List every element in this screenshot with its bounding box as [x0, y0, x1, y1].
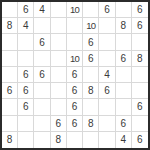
cell-r3c1[interactable]: [2, 34, 18, 50]
cell-r1c3-clue[interactable]: 4: [34, 2, 50, 18]
cell-r3c6-clue[interactable]: 6: [83, 34, 99, 50]
cell-r5c6[interactable]: [83, 67, 99, 83]
cell-r8c4-clue[interactable]: 6: [51, 116, 67, 132]
cell-r7c1[interactable]: [2, 99, 18, 115]
cell-r7c9-clue[interactable]: 6: [132, 99, 148, 115]
cell-r5c2-clue[interactable]: 6: [18, 67, 34, 83]
cell-r3c2[interactable]: [18, 34, 34, 50]
cell-r2c7[interactable]: [99, 18, 115, 34]
cell-r1c6[interactable]: [83, 2, 99, 18]
cell-r1c8[interactable]: [116, 2, 132, 18]
cell-r7c2-clue[interactable]: 6: [18, 99, 34, 115]
cell-r8c6-clue[interactable]: 8: [83, 116, 99, 132]
cell-r9c3[interactable]: [34, 132, 50, 148]
cell-r4c7[interactable]: [99, 51, 115, 67]
cell-r3c5[interactable]: [67, 34, 83, 50]
puzzle-board: 641066841086661066866646668666666868846: [0, 0, 150, 150]
cell-r3c8[interactable]: [116, 34, 132, 50]
cell-r4c6-clue[interactable]: 6: [83, 51, 99, 67]
cell-r5c8[interactable]: [116, 67, 132, 83]
cell-r6c6-clue[interactable]: 8: [83, 83, 99, 99]
cell-r7c4[interactable]: [51, 99, 67, 115]
cell-r1c2-clue[interactable]: 6: [18, 2, 34, 18]
cell-r9c7[interactable]: [99, 132, 115, 148]
cell-r8c7[interactable]: [99, 116, 115, 132]
cell-r1c4[interactable]: [51, 2, 67, 18]
cell-r4c8-clue[interactable]: 6: [116, 51, 132, 67]
cell-r2c4[interactable]: [51, 18, 67, 34]
cell-r4c2[interactable]: [18, 51, 34, 67]
cell-r7c7[interactable]: [99, 99, 115, 115]
cell-r4c9-clue[interactable]: 8: [132, 51, 148, 67]
cell-r2c5[interactable]: [67, 18, 83, 34]
cell-r4c5-clue[interactable]: 10: [67, 51, 83, 67]
cell-r5c5-clue[interactable]: 6: [67, 67, 83, 83]
cell-r8c3[interactable]: [34, 116, 50, 132]
cell-r6c7-clue[interactable]: 6: [99, 83, 115, 99]
cell-r4c1[interactable]: [2, 51, 18, 67]
cell-r2c9-clue[interactable]: 6: [132, 18, 148, 34]
cell-r8c2[interactable]: [18, 116, 34, 132]
cell-r9c4-clue[interactable]: 8: [51, 132, 67, 148]
cell-r6c9[interactable]: [132, 83, 148, 99]
cell-r8c1[interactable]: [2, 116, 18, 132]
cell-r9c8-clue[interactable]: 4: [116, 132, 132, 148]
cell-r5c9[interactable]: [132, 67, 148, 83]
cell-r9c2[interactable]: [18, 132, 34, 148]
cell-r8c5-clue[interactable]: 6: [67, 116, 83, 132]
cell-r7c8[interactable]: [116, 99, 132, 115]
cell-r4c4[interactable]: [51, 51, 67, 67]
cell-r3c4[interactable]: [51, 34, 67, 50]
cell-r9c9-clue[interactable]: 6: [132, 132, 148, 148]
cell-r6c1-clue[interactable]: 6: [2, 83, 18, 99]
cell-r6c4[interactable]: [51, 83, 67, 99]
cell-r5c4[interactable]: [51, 67, 67, 83]
cell-r2c6-clue[interactable]: 10: [83, 18, 99, 34]
cell-r8c9[interactable]: [132, 116, 148, 132]
cell-r2c2-clue[interactable]: 4: [18, 18, 34, 34]
cell-r1c1[interactable]: [2, 2, 18, 18]
cell-r7c3[interactable]: [34, 99, 50, 115]
cell-r1c5-clue[interactable]: 10: [67, 2, 83, 18]
cell-r4c3[interactable]: [34, 51, 50, 67]
cell-r9c5[interactable]: [67, 132, 83, 148]
cell-r3c3-clue[interactable]: 6: [34, 34, 50, 50]
cell-r1c7-clue[interactable]: 6: [99, 2, 115, 18]
cell-r1c9-clue[interactable]: 6: [132, 2, 148, 18]
cell-r6c3[interactable]: [34, 83, 50, 99]
cell-r6c8[interactable]: [116, 83, 132, 99]
cell-r2c1-clue[interactable]: 8: [2, 18, 18, 34]
cell-r9c6[interactable]: [83, 132, 99, 148]
cell-r5c7-clue[interactable]: 4: [99, 67, 115, 83]
cell-r9c1-clue[interactable]: 8: [2, 132, 18, 148]
cell-r5c1[interactable]: [2, 67, 18, 83]
cell-r2c3[interactable]: [34, 18, 50, 34]
cell-r3c7[interactable]: [99, 34, 115, 50]
cell-r5c3-clue[interactable]: 6: [34, 67, 50, 83]
cell-r8c8-clue[interactable]: 6: [116, 116, 132, 132]
cell-r7c6[interactable]: [83, 99, 99, 115]
cell-r6c5-clue[interactable]: 6: [67, 83, 83, 99]
cell-r3c9[interactable]: [132, 34, 148, 50]
cell-r7c5-clue[interactable]: 6: [67, 99, 83, 115]
cell-r2c8-clue[interactable]: 8: [116, 18, 132, 34]
cell-r6c2-clue[interactable]: 6: [18, 83, 34, 99]
